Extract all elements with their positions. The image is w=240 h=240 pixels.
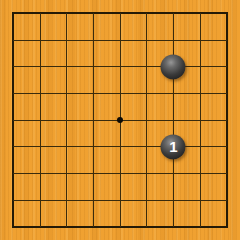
grid-line-horizontal	[13, 173, 226, 174]
star-point	[117, 117, 123, 123]
go-board[interactable]: 1	[0, 0, 240, 240]
grid-line-horizontal	[13, 146, 226, 147]
black-stone: 1	[161, 134, 186, 159]
grid-line-vertical	[173, 13, 174, 226]
grid-line-vertical	[146, 13, 147, 226]
grid-line-vertical	[200, 13, 201, 226]
black-stone	[161, 54, 186, 79]
stone-move-number-label: 1	[169, 139, 177, 155]
grid-line-horizontal	[13, 200, 226, 201]
